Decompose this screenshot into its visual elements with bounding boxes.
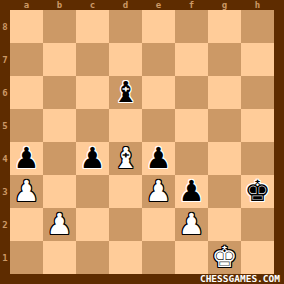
square-h7[interactable] <box>241 43 274 76</box>
square-b2[interactable]: ♟ <box>43 208 76 241</box>
piece-black-king-h3: ♚ <box>241 175 274 208</box>
square-d1[interactable] <box>109 241 142 274</box>
piece-white-pawn-a3: ♟ <box>10 175 43 208</box>
square-a5[interactable] <box>10 109 43 142</box>
square-a4[interactable]: ♟ <box>10 142 43 175</box>
square-c4[interactable]: ♟ <box>76 142 109 175</box>
square-c7[interactable] <box>76 43 109 76</box>
square-b1[interactable] <box>43 241 76 274</box>
square-d2[interactable] <box>109 208 142 241</box>
square-b5[interactable] <box>43 109 76 142</box>
piece-white-pawn-e3: ♟ <box>142 175 175 208</box>
square-d3[interactable] <box>109 175 142 208</box>
square-a3[interactable]: ♟ <box>10 175 43 208</box>
file-label-f: f <box>175 0 208 10</box>
rank-label-2: 2 <box>0 208 10 241</box>
square-a8[interactable] <box>10 10 43 43</box>
square-g7[interactable] <box>208 43 241 76</box>
chess-board: ♝♟♟♝♟♟♟♟♚♟♟♚ <box>10 10 274 274</box>
piece-white-bishop-d4: ♝ <box>109 142 142 175</box>
square-h6[interactable] <box>241 76 274 109</box>
rank-label-3: 3 <box>0 175 10 208</box>
piece-white-pawn-f2: ♟ <box>175 208 208 241</box>
square-f5[interactable] <box>175 109 208 142</box>
square-c1[interactable] <box>76 241 109 274</box>
square-f4[interactable] <box>175 142 208 175</box>
square-f1[interactable] <box>175 241 208 274</box>
square-c8[interactable] <box>76 10 109 43</box>
square-h3[interactable]: ♚ <box>241 175 274 208</box>
rank-labels: 87654321 <box>0 10 10 274</box>
square-a1[interactable] <box>10 241 43 274</box>
square-d5[interactable] <box>109 109 142 142</box>
square-c2[interactable] <box>76 208 109 241</box>
rank-label-7: 7 <box>0 43 10 76</box>
square-g1[interactable]: ♚ <box>208 241 241 274</box>
square-b7[interactable] <box>43 43 76 76</box>
file-label-b: b <box>43 0 76 10</box>
square-e4[interactable]: ♟ <box>142 142 175 175</box>
square-d4[interactable]: ♝ <box>109 142 142 175</box>
square-d8[interactable] <box>109 10 142 43</box>
square-e7[interactable] <box>142 43 175 76</box>
chess-diagram: abcdefgh 87654321 ♝♟♟♝♟♟♟♟♚♟♟♚ CHESSGAME… <box>0 0 284 284</box>
square-g5[interactable] <box>208 109 241 142</box>
square-g3[interactable] <box>208 175 241 208</box>
file-labels: abcdefgh <box>10 0 274 10</box>
rank-label-8: 8 <box>0 10 10 43</box>
rank-label-4: 4 <box>0 142 10 175</box>
square-e1[interactable] <box>142 241 175 274</box>
square-h8[interactable] <box>241 10 274 43</box>
rank-label-1: 1 <box>0 241 10 274</box>
square-h2[interactable] <box>241 208 274 241</box>
rank-label-6: 6 <box>0 76 10 109</box>
square-b6[interactable] <box>43 76 76 109</box>
piece-black-pawn-f3: ♟ <box>175 175 208 208</box>
piece-black-pawn-a4: ♟ <box>10 142 43 175</box>
square-b8[interactable] <box>43 10 76 43</box>
square-g2[interactable] <box>208 208 241 241</box>
square-b3[interactable] <box>43 175 76 208</box>
rank-label-5: 5 <box>0 109 10 142</box>
square-h5[interactable] <box>241 109 274 142</box>
square-f6[interactable] <box>175 76 208 109</box>
square-f7[interactable] <box>175 43 208 76</box>
piece-black-pawn-e4: ♟ <box>142 142 175 175</box>
square-d7[interactable] <box>109 43 142 76</box>
piece-white-pawn-b2: ♟ <box>43 208 76 241</box>
square-e8[interactable] <box>142 10 175 43</box>
file-label-g: g <box>208 0 241 10</box>
square-c6[interactable] <box>76 76 109 109</box>
file-label-e: e <box>142 0 175 10</box>
square-c3[interactable] <box>76 175 109 208</box>
piece-black-pawn-c4: ♟ <box>76 142 109 175</box>
square-f3[interactable]: ♟ <box>175 175 208 208</box>
square-g8[interactable] <box>208 10 241 43</box>
file-label-h: h <box>241 0 274 10</box>
square-a6[interactable] <box>10 76 43 109</box>
file-label-d: d <box>109 0 142 10</box>
square-f8[interactable] <box>175 10 208 43</box>
chessgames-credit: CHESSGAMES.COM <box>200 274 280 284</box>
file-label-a: a <box>10 0 43 10</box>
square-e5[interactable] <box>142 109 175 142</box>
square-f2[interactable]: ♟ <box>175 208 208 241</box>
piece-white-king-g1: ♚ <box>208 241 241 274</box>
square-e6[interactable] <box>142 76 175 109</box>
square-h4[interactable] <box>241 142 274 175</box>
square-e3[interactable]: ♟ <box>142 175 175 208</box>
square-a7[interactable] <box>10 43 43 76</box>
square-c5[interactable] <box>76 109 109 142</box>
square-a2[interactable] <box>10 208 43 241</box>
piece-black-bishop-d6: ♝ <box>109 76 142 109</box>
square-h1[interactable] <box>241 241 274 274</box>
square-b4[interactable] <box>43 142 76 175</box>
square-d6[interactable]: ♝ <box>109 76 142 109</box>
square-g4[interactable] <box>208 142 241 175</box>
square-g6[interactable] <box>208 76 241 109</box>
file-label-c: c <box>76 0 109 10</box>
square-e2[interactable] <box>142 208 175 241</box>
